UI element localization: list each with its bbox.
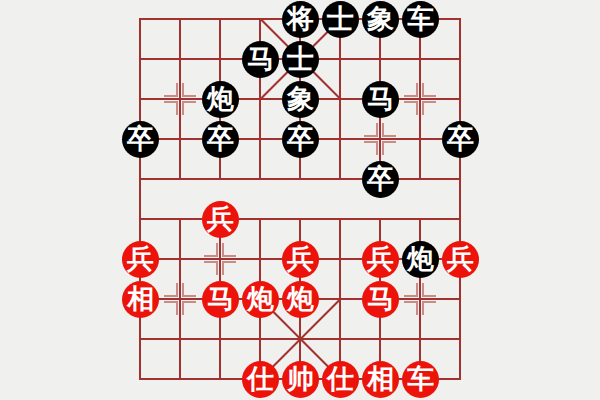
red-soldier[interactable]: 兵 <box>122 241 159 278</box>
point-marker-corner <box>404 101 418 115</box>
point-marker-corner <box>364 141 378 155</box>
point-marker-corner <box>182 83 196 97</box>
point-marker <box>163 282 197 316</box>
red-soldier[interactable]: 兵 <box>282 241 319 278</box>
black-soldier[interactable]: 卒 <box>122 121 159 158</box>
point-marker-corner <box>164 283 178 297</box>
red-horse[interactable]: 马 <box>362 281 399 318</box>
point-marker <box>163 82 197 116</box>
point-marker-corner <box>182 101 196 115</box>
point-marker-corner <box>382 141 396 155</box>
point-marker-corner <box>422 283 436 297</box>
red-soldier[interactable]: 兵 <box>442 241 479 278</box>
black-cannon[interactable]: 炮 <box>402 241 439 278</box>
red-soldier[interactable]: 兵 <box>362 241 399 278</box>
point-marker <box>403 282 437 316</box>
red-chariot[interactable]: 车 <box>402 361 439 398</box>
xiangqi-board[interactable]: 将士象车马士炮象马卒卒卒卒卒兵兵兵兵炮兵相马炮炮马仕帅仕相车 <box>0 0 600 400</box>
red-cannon[interactable]: 炮 <box>282 281 319 318</box>
black-elephant[interactable]: 象 <box>282 81 319 118</box>
black-cannon[interactable]: 炮 <box>202 81 239 118</box>
red-advisor[interactable]: 仕 <box>242 361 279 398</box>
red-cannon[interactable]: 炮 <box>242 281 279 318</box>
black-horse[interactable]: 马 <box>242 41 279 78</box>
point-marker <box>363 122 397 156</box>
grid-line <box>139 18 141 380</box>
point-marker-corner <box>422 83 436 97</box>
black-soldier[interactable]: 卒 <box>442 121 479 158</box>
red-elephant[interactable]: 相 <box>362 361 399 398</box>
red-general[interactable]: 帅 <box>282 361 319 398</box>
point-marker-corner <box>222 261 236 275</box>
red-soldier[interactable]: 兵 <box>202 201 239 238</box>
point-marker-corner <box>382 123 396 137</box>
point-marker-corner <box>164 83 178 97</box>
point-marker-corner <box>404 283 418 297</box>
point-marker-corner <box>164 301 178 315</box>
point-marker-corner <box>204 261 218 275</box>
point-marker-corner <box>422 301 436 315</box>
point-marker-corner <box>182 283 196 297</box>
red-advisor[interactable]: 仕 <box>322 361 359 398</box>
point-marker-corner <box>182 301 196 315</box>
point-marker-corner <box>364 123 378 137</box>
point-marker-corner <box>204 243 218 257</box>
black-elephant[interactable]: 象 <box>362 1 399 38</box>
black-soldier[interactable]: 卒 <box>282 121 319 158</box>
point-marker <box>403 82 437 116</box>
black-horse[interactable]: 马 <box>362 81 399 118</box>
black-general[interactable]: 将 <box>282 1 319 38</box>
black-advisor[interactable]: 士 <box>322 1 359 38</box>
black-advisor[interactable]: 士 <box>282 41 319 78</box>
point-marker-corner <box>164 101 178 115</box>
point-marker-corner <box>404 301 418 315</box>
black-chariot[interactable]: 车 <box>402 1 439 38</box>
point-marker-corner <box>422 101 436 115</box>
black-soldier[interactable]: 卒 <box>362 161 399 198</box>
black-soldier[interactable]: 卒 <box>202 121 239 158</box>
point-marker <box>203 242 237 276</box>
red-horse[interactable]: 马 <box>202 281 239 318</box>
grid-line <box>459 18 461 380</box>
red-elephant[interactable]: 相 <box>122 281 159 318</box>
point-marker-corner <box>404 83 418 97</box>
point-marker-corner <box>222 243 236 257</box>
